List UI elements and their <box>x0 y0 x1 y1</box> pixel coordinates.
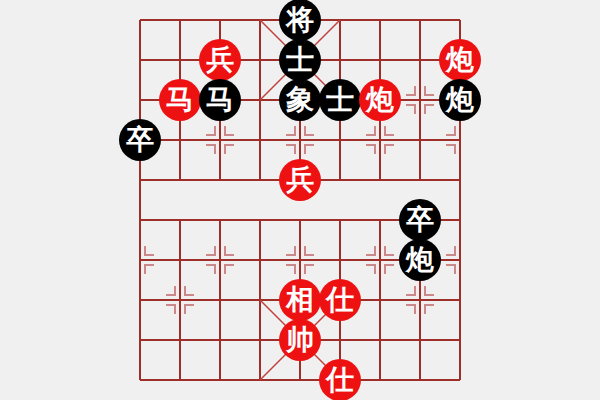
piece-black-soldier[interactable]: 卒 <box>399 199 441 241</box>
piece-black-cannon[interactable]: 炮 <box>439 79 481 121</box>
piece-black-horse[interactable]: 马 <box>199 79 241 121</box>
pieces-layer: 将兵士炮马马象士炮炮卒兵卒炮相仕帅仕 <box>120 0 480 400</box>
piece-red-advisor[interactable]: 仕 <box>319 279 361 321</box>
piece-red-soldier[interactable]: 兵 <box>199 39 241 81</box>
piece-red-horse[interactable]: 马 <box>159 79 201 121</box>
piece-red-general[interactable]: 帅 <box>279 319 321 361</box>
piece-black-cannon[interactable]: 炮 <box>399 239 441 281</box>
piece-red-advisor[interactable]: 仕 <box>319 359 361 400</box>
piece-black-advisor[interactable]: 士 <box>319 79 361 121</box>
piece-red-cannon[interactable]: 炮 <box>439 39 481 81</box>
piece-black-soldier[interactable]: 卒 <box>119 119 161 161</box>
piece-black-general[interactable]: 将 <box>279 0 321 41</box>
piece-red-soldier[interactable]: 兵 <box>279 159 321 201</box>
piece-black-elephant[interactable]: 象 <box>279 79 321 121</box>
piece-red-elephant[interactable]: 相 <box>279 279 321 321</box>
xiangqi-board: 将兵士炮马马象士炮炮卒兵卒炮相仕帅仕 <box>0 0 600 400</box>
piece-red-cannon[interactable]: 炮 <box>359 79 401 121</box>
piece-black-advisor[interactable]: 士 <box>279 39 321 81</box>
